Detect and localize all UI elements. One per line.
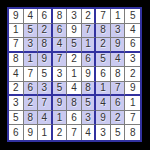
cell-r3c6[interactable]: 1 xyxy=(82,38,97,53)
cell-r8c5[interactable]: 6 xyxy=(67,111,82,126)
cell-r7c7[interactable]: 4 xyxy=(96,96,111,111)
sudoku-board: 9468327151526978347384512968197265434753… xyxy=(7,7,142,142)
cell-r8c2[interactable]: 8 xyxy=(24,111,39,126)
cell-r9c4[interactable]: 2 xyxy=(53,125,68,140)
cell-r4c8[interactable]: 4 xyxy=(111,53,126,68)
cell-r7c8[interactable]: 6 xyxy=(111,96,126,111)
cell-r8c7[interactable]: 9 xyxy=(96,111,111,126)
cell-r8c6[interactable]: 3 xyxy=(82,111,97,126)
cell-r5c4[interactable]: 3 xyxy=(53,67,68,82)
cell-r4c7[interactable]: 5 xyxy=(96,53,111,68)
cell-r9c5[interactable]: 7 xyxy=(67,125,82,140)
cell-r9c9[interactable]: 8 xyxy=(125,125,140,140)
cell-r5c2[interactable]: 7 xyxy=(24,67,39,82)
cell-r1c2[interactable]: 4 xyxy=(24,9,39,24)
cell-r2c6[interactable]: 7 xyxy=(82,24,97,39)
cell-r8c4[interactable]: 1 xyxy=(53,111,68,126)
cell-r8c3[interactable]: 4 xyxy=(38,111,53,126)
cell-r5c6[interactable]: 9 xyxy=(82,67,97,82)
cell-r6c3[interactable]: 3 xyxy=(38,82,53,97)
cell-r9c2[interactable]: 9 xyxy=(24,125,39,140)
cell-r7c1[interactable]: 3 xyxy=(9,96,24,111)
cell-r9c3[interactable]: 1 xyxy=(38,125,53,140)
cell-r9c7[interactable]: 3 xyxy=(96,125,111,140)
cell-r3c9[interactable]: 6 xyxy=(125,38,140,53)
cell-r2c7[interactable]: 8 xyxy=(96,24,111,39)
cell-r5c8[interactable]: 8 xyxy=(111,67,126,82)
cell-r4c1[interactable]: 8 xyxy=(9,53,24,68)
cell-r9c8[interactable]: 5 xyxy=(111,125,126,140)
cell-r3c8[interactable]: 9 xyxy=(111,38,126,53)
cell-r1c8[interactable]: 1 xyxy=(111,9,126,24)
cell-r7c5[interactable]: 8 xyxy=(67,96,82,111)
cell-r2c2[interactable]: 5 xyxy=(24,24,39,39)
cell-r3c2[interactable]: 3 xyxy=(24,38,39,53)
cell-r7c3[interactable]: 7 xyxy=(38,96,53,111)
sudoku-grid: 9468327151526978347384512968197265434753… xyxy=(7,7,142,142)
cell-r8c1[interactable]: 5 xyxy=(9,111,24,126)
cell-r2c5[interactable]: 9 xyxy=(67,24,82,39)
cell-r7c2[interactable]: 2 xyxy=(24,96,39,111)
cell-r6c7[interactable]: 1 xyxy=(96,82,111,97)
cell-r6c6[interactable]: 8 xyxy=(82,82,97,97)
cell-r2c8[interactable]: 3 xyxy=(111,24,126,39)
cell-r3c7[interactable]: 2 xyxy=(96,38,111,53)
cell-r8c9[interactable]: 7 xyxy=(125,111,140,126)
cell-r3c5[interactable]: 5 xyxy=(67,38,82,53)
cell-r5c7[interactable]: 6 xyxy=(96,67,111,82)
cell-r9c6[interactable]: 4 xyxy=(82,125,97,140)
cell-r2c9[interactable]: 4 xyxy=(125,24,140,39)
cell-r7c9[interactable]: 1 xyxy=(125,96,140,111)
cell-r5c9[interactable]: 2 xyxy=(125,67,140,82)
cell-r9c1[interactable]: 6 xyxy=(9,125,24,140)
cell-r4c9[interactable]: 3 xyxy=(125,53,140,68)
cell-r1c1[interactable]: 9 xyxy=(9,9,24,24)
cell-r1c6[interactable]: 2 xyxy=(82,9,97,24)
cell-r3c3[interactable]: 8 xyxy=(38,38,53,53)
cell-r6c8[interactable]: 7 xyxy=(111,82,126,97)
cell-r4c2[interactable]: 1 xyxy=(24,53,39,68)
cell-r4c3[interactable]: 9 xyxy=(38,53,53,68)
cell-r7c4[interactable]: 9 xyxy=(53,96,68,111)
cell-r3c4[interactable]: 4 xyxy=(53,38,68,53)
cell-r6c4[interactable]: 5 xyxy=(53,82,68,97)
cell-r2c3[interactable]: 2 xyxy=(38,24,53,39)
cell-r1c4[interactable]: 8 xyxy=(53,9,68,24)
cell-r6c5[interactable]: 4 xyxy=(67,82,82,97)
cell-r4c6[interactable]: 6 xyxy=(82,53,97,68)
cell-r1c7[interactable]: 7 xyxy=(96,9,111,24)
cell-r7c6[interactable]: 5 xyxy=(82,96,97,111)
cell-r5c1[interactable]: 4 xyxy=(9,67,24,82)
cell-r6c2[interactable]: 6 xyxy=(24,82,39,97)
cell-r1c5[interactable]: 3 xyxy=(67,9,82,24)
cell-r1c3[interactable]: 6 xyxy=(38,9,53,24)
cell-r2c4[interactable]: 6 xyxy=(53,24,68,39)
cell-r3c1[interactable]: 7 xyxy=(9,38,24,53)
cell-r4c4[interactable]: 7 xyxy=(53,53,68,68)
cell-r6c1[interactable]: 2 xyxy=(9,82,24,97)
cell-r4c5[interactable]: 2 xyxy=(67,53,82,68)
cell-r6c9[interactable]: 9 xyxy=(125,82,140,97)
cell-r1c9[interactable]: 5 xyxy=(125,9,140,24)
cell-r8c8[interactable]: 2 xyxy=(111,111,126,126)
cell-r2c1[interactable]: 1 xyxy=(9,24,24,39)
cell-r5c5[interactable]: 1 xyxy=(67,67,82,82)
cell-r5c3[interactable]: 5 xyxy=(38,67,53,82)
